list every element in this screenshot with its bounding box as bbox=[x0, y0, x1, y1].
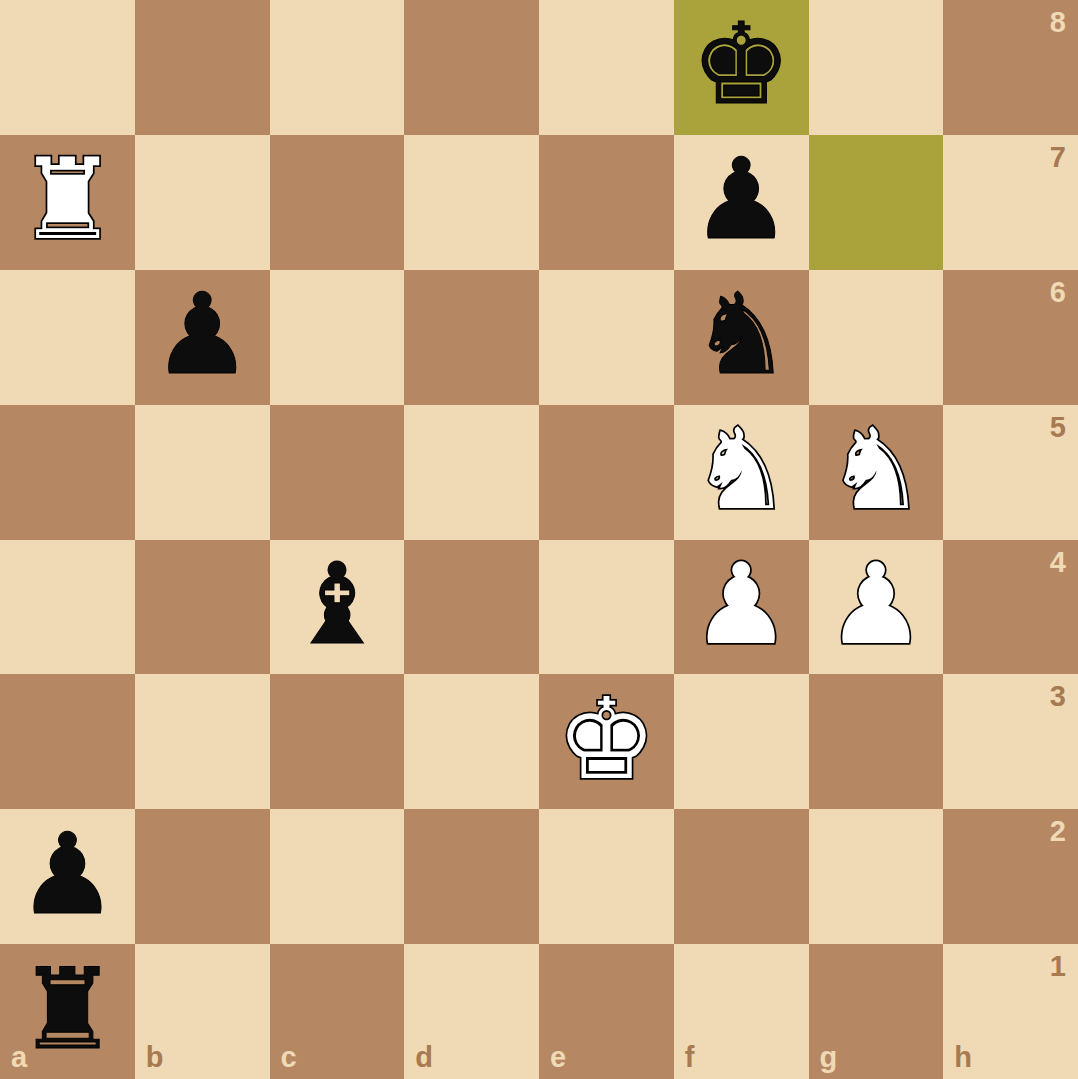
square-e2[interactable] bbox=[539, 809, 674, 944]
square-a6[interactable] bbox=[0, 270, 135, 405]
square-c1[interactable]: c bbox=[270, 944, 405, 1079]
square-d7[interactable] bbox=[404, 135, 539, 270]
square-c7[interactable] bbox=[270, 135, 405, 270]
file-label-f: f bbox=[685, 1043, 694, 1072]
square-c4[interactable]: ♝ bbox=[270, 540, 405, 675]
square-h8[interactable]: 8 bbox=[943, 0, 1078, 135]
rank-label-4: 4 bbox=[1050, 548, 1065, 577]
square-d5[interactable] bbox=[404, 405, 539, 540]
square-g7[interactable] bbox=[809, 135, 944, 270]
square-a7[interactable]: ♜ bbox=[0, 135, 135, 270]
square-a8[interactable] bbox=[0, 0, 135, 135]
rank-label-5: 5 bbox=[1050, 413, 1065, 442]
square-h2[interactable]: 2 bbox=[943, 809, 1078, 944]
square-g4[interactable]: ♟ bbox=[809, 540, 944, 675]
file-label-b: b bbox=[146, 1043, 163, 1072]
square-g6[interactable] bbox=[809, 270, 944, 405]
square-f4[interactable]: ♟ bbox=[674, 540, 809, 675]
square-c5[interactable] bbox=[270, 405, 405, 540]
rank-label-2: 2 bbox=[1050, 817, 1065, 846]
square-a5[interactable] bbox=[0, 405, 135, 540]
chess-board: ♚8♜♟7♟♞6♞♞5♝♟♟4♚3♟2♜abcdefg1h bbox=[0, 0, 1078, 1079]
square-f3[interactable] bbox=[674, 674, 809, 809]
square-b8[interactable] bbox=[135, 0, 270, 135]
square-f6[interactable]: ♞ bbox=[674, 270, 809, 405]
square-d3[interactable] bbox=[404, 674, 539, 809]
piece-black-pawn[interactable]: ♟ bbox=[17, 818, 117, 930]
square-h5[interactable]: 5 bbox=[943, 405, 1078, 540]
square-a4[interactable] bbox=[0, 540, 135, 675]
square-e5[interactable] bbox=[539, 405, 674, 540]
square-h4[interactable]: 4 bbox=[943, 540, 1078, 675]
square-d6[interactable] bbox=[404, 270, 539, 405]
piece-black-pawn[interactable]: ♟ bbox=[152, 278, 252, 390]
file-label-g: g bbox=[820, 1043, 837, 1072]
square-h6[interactable]: 6 bbox=[943, 270, 1078, 405]
piece-white-rook[interactable]: ♜ bbox=[17, 143, 117, 255]
square-e7[interactable] bbox=[539, 135, 674, 270]
piece-black-bishop[interactable]: ♝ bbox=[287, 548, 387, 660]
rank-label-8: 8 bbox=[1050, 8, 1065, 37]
square-g1[interactable]: g bbox=[809, 944, 944, 1079]
square-g3[interactable] bbox=[809, 674, 944, 809]
square-c2[interactable] bbox=[270, 809, 405, 944]
file-label-a: a bbox=[11, 1043, 26, 1072]
square-f5[interactable]: ♞ bbox=[674, 405, 809, 540]
rank-label-7: 7 bbox=[1050, 143, 1065, 172]
square-h3[interactable]: 3 bbox=[943, 674, 1078, 809]
square-e4[interactable] bbox=[539, 540, 674, 675]
square-a3[interactable] bbox=[0, 674, 135, 809]
rank-label-1: 1 bbox=[1050, 952, 1065, 981]
piece-black-pawn[interactable]: ♟ bbox=[691, 143, 791, 255]
square-h1[interactable]: 1h bbox=[943, 944, 1078, 1079]
square-d2[interactable] bbox=[404, 809, 539, 944]
square-g2[interactable] bbox=[809, 809, 944, 944]
square-b2[interactable] bbox=[135, 809, 270, 944]
piece-white-king[interactable]: ♚ bbox=[556, 683, 656, 795]
square-a1[interactable]: ♜a bbox=[0, 944, 135, 1079]
square-b3[interactable] bbox=[135, 674, 270, 809]
square-b4[interactable] bbox=[135, 540, 270, 675]
square-g8[interactable] bbox=[809, 0, 944, 135]
square-d4[interactable] bbox=[404, 540, 539, 675]
square-c8[interactable] bbox=[270, 0, 405, 135]
square-b1[interactable]: b bbox=[135, 944, 270, 1079]
file-label-c: c bbox=[281, 1043, 296, 1072]
file-label-h: h bbox=[954, 1043, 971, 1072]
piece-white-knight[interactable]: ♞ bbox=[691, 413, 791, 525]
piece-white-knight[interactable]: ♞ bbox=[826, 413, 926, 525]
square-f7[interactable]: ♟ bbox=[674, 135, 809, 270]
piece-black-knight[interactable]: ♞ bbox=[691, 278, 791, 390]
square-e3[interactable]: ♚ bbox=[539, 674, 674, 809]
square-c6[interactable] bbox=[270, 270, 405, 405]
square-a2[interactable]: ♟ bbox=[0, 809, 135, 944]
piece-white-pawn[interactable]: ♟ bbox=[826, 548, 926, 660]
piece-black-rook[interactable]: ♜ bbox=[17, 953, 117, 1065]
rank-label-6: 6 bbox=[1050, 278, 1065, 307]
piece-black-king[interactable]: ♚ bbox=[691, 8, 791, 120]
file-label-d: d bbox=[415, 1043, 432, 1072]
square-d1[interactable]: d bbox=[404, 944, 539, 1079]
square-e6[interactable] bbox=[539, 270, 674, 405]
square-b5[interactable] bbox=[135, 405, 270, 540]
square-f8[interactable]: ♚ bbox=[674, 0, 809, 135]
square-b6[interactable]: ♟ bbox=[135, 270, 270, 405]
file-label-e: e bbox=[550, 1043, 565, 1072]
square-e1[interactable]: e bbox=[539, 944, 674, 1079]
square-f2[interactable] bbox=[674, 809, 809, 944]
square-e8[interactable] bbox=[539, 0, 674, 135]
square-b7[interactable] bbox=[135, 135, 270, 270]
square-c3[interactable] bbox=[270, 674, 405, 809]
square-g5[interactable]: ♞ bbox=[809, 405, 944, 540]
square-d8[interactable] bbox=[404, 0, 539, 135]
piece-white-pawn[interactable]: ♟ bbox=[691, 548, 791, 660]
rank-label-3: 3 bbox=[1050, 682, 1065, 711]
square-f1[interactable]: f bbox=[674, 944, 809, 1079]
square-h7[interactable]: 7 bbox=[943, 135, 1078, 270]
